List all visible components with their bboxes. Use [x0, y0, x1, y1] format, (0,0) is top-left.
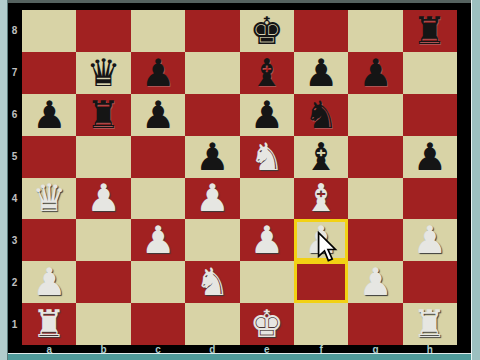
black-king-e8: ♚: [250, 11, 284, 51]
square-b4[interactable]: ♟: [76, 178, 130, 220]
black-pawn-h5: ♟: [413, 137, 447, 177]
square-d6[interactable]: [185, 94, 239, 136]
black-pawn-f7: ♟: [304, 53, 338, 93]
white-pawn-d4: ♟: [195, 178, 229, 218]
square-a5[interactable]: [22, 136, 76, 178]
square-c1[interactable]: [131, 303, 185, 345]
square-e3[interactable]: ♟: [240, 219, 294, 261]
square-b8[interactable]: [76, 10, 130, 52]
black-bishop-f5: ♝: [304, 137, 338, 177]
rank-label-2: 2: [7, 261, 22, 303]
white-rook-a1: ♜: [32, 304, 66, 344]
square-c3[interactable]: ♟: [131, 219, 185, 261]
white-king-e1: ♚: [250, 304, 284, 344]
square-g3[interactable]: [348, 219, 402, 261]
rank-label-4: 4: [7, 178, 22, 220]
square-a1[interactable]: ♜: [22, 303, 76, 345]
square-a4[interactable]: ♛: [22, 178, 76, 220]
desktop-left-strip: [0, 0, 8, 360]
square-d8[interactable]: [185, 10, 239, 52]
rank-label-5: 5: [7, 136, 22, 178]
black-pawn-c6: ♟: [141, 95, 175, 135]
square-g4[interactable]: [348, 178, 402, 220]
white-pawn-g2: ♟: [358, 262, 392, 302]
square-c2[interactable]: [131, 261, 185, 303]
white-pawn-e3: ♟: [250, 220, 284, 260]
white-bishop-f4: ♝: [304, 178, 338, 218]
square-f5[interactable]: ♝: [294, 136, 348, 178]
square-h8[interactable]: ♜: [403, 10, 457, 52]
chess-app-window: 87654321 abcdefgh ♚♜♛♟♝♟♟♟♜♟♟♞♟♞♝♟♛♟♟♝♟♟…: [0, 0, 480, 360]
square-b6[interactable]: ♜: [76, 94, 130, 136]
square-d1[interactable]: [185, 303, 239, 345]
square-g6[interactable]: [348, 94, 402, 136]
square-e2[interactable]: [240, 261, 294, 303]
white-pawn-a2: ♟: [32, 262, 66, 302]
square-e6[interactable]: ♟: [240, 94, 294, 136]
white-queen-a4: ♛: [32, 178, 66, 218]
black-pawn-c7: ♟: [141, 53, 175, 93]
window-top-edge: [0, 0, 480, 3]
square-g5[interactable]: [348, 136, 402, 178]
black-rook-h8: ♜: [413, 11, 447, 51]
square-c5[interactable]: [131, 136, 185, 178]
desktop-right-strip: [471, 0, 480, 360]
square-f2[interactable]: [294, 261, 348, 303]
white-pawn-c3: ♟: [141, 220, 175, 260]
square-f6[interactable]: ♞: [294, 94, 348, 136]
rank-label-7: 7: [7, 52, 22, 94]
square-a7[interactable]: [22, 52, 76, 94]
square-b2[interactable]: [76, 261, 130, 303]
square-e1[interactable]: ♚: [240, 303, 294, 345]
black-pawn-d5: ♟: [195, 137, 229, 177]
black-pawn-a6: ♟: [32, 95, 66, 135]
square-h5[interactable]: ♟: [403, 136, 457, 178]
square-g2[interactable]: ♟: [348, 261, 402, 303]
square-f1[interactable]: [294, 303, 348, 345]
square-f7[interactable]: ♟: [294, 52, 348, 94]
square-b7[interactable]: ♛: [76, 52, 130, 94]
square-e4[interactable]: [240, 178, 294, 220]
square-e7[interactable]: ♝: [240, 52, 294, 94]
square-a6[interactable]: ♟: [22, 94, 76, 136]
white-pawn-h3: ♟: [413, 220, 447, 260]
black-queen-b7: ♛: [87, 53, 121, 93]
square-b1[interactable]: [76, 303, 130, 345]
square-c8[interactable]: [131, 10, 185, 52]
square-d5[interactable]: ♟: [185, 136, 239, 178]
square-e8[interactable]: ♚: [240, 10, 294, 52]
black-bishop-e7: ♝: [250, 53, 284, 93]
white-knight-e5: ♞: [250, 137, 284, 177]
square-e5[interactable]: ♞: [240, 136, 294, 178]
rank-label-8: 8: [7, 10, 22, 52]
rank-label-6: 6: [7, 94, 22, 136]
square-d2[interactable]: ♞: [185, 261, 239, 303]
square-h4[interactable]: [403, 178, 457, 220]
square-c6[interactable]: ♟: [131, 94, 185, 136]
square-a2[interactable]: ♟: [22, 261, 76, 303]
black-rook-b6: ♜: [87, 95, 121, 135]
rank-label-1: 1: [7, 303, 22, 345]
square-b3[interactable]: [76, 219, 130, 261]
black-pawn-e6: ♟: [250, 95, 284, 135]
square-g1[interactable]: [348, 303, 402, 345]
square-d4[interactable]: ♟: [185, 178, 239, 220]
rank-labels: 87654321: [7, 10, 22, 345]
square-f8[interactable]: [294, 10, 348, 52]
square-g7[interactable]: ♟: [348, 52, 402, 94]
rank-label-3: 3: [7, 219, 22, 261]
black-pawn-g7: ♟: [358, 53, 392, 93]
square-a8[interactable]: [22, 10, 76, 52]
desktop-bottom-strip: [0, 353, 480, 360]
white-pawn-b4: ♟: [87, 178, 121, 218]
mouse-cursor-icon: [315, 231, 339, 263]
square-b5[interactable]: [76, 136, 130, 178]
black-knight-f6: ♞: [304, 95, 338, 135]
square-h3[interactable]: ♟: [403, 219, 457, 261]
white-rook-h1: ♜: [413, 304, 447, 344]
square-f4[interactable]: ♝: [294, 178, 348, 220]
square-d3[interactable]: [185, 219, 239, 261]
square-a3[interactable]: [22, 219, 76, 261]
square-d7[interactable]: [185, 52, 239, 94]
square-h1[interactable]: ♜: [403, 303, 457, 345]
square-h2[interactable]: [403, 261, 457, 303]
white-knight-d2: ♞: [195, 262, 229, 302]
square-h7[interactable]: [403, 52, 457, 94]
square-h6[interactable]: [403, 94, 457, 136]
square-g8[interactable]: [348, 10, 402, 52]
chess-board: ♚♜♛♟♝♟♟♟♜♟♟♞♟♞♝♟♛♟♟♝♟♟♟♟♟♞♟♜♚♜: [22, 10, 457, 345]
square-c4[interactable]: [131, 178, 185, 220]
square-c7[interactable]: ♟: [131, 52, 185, 94]
